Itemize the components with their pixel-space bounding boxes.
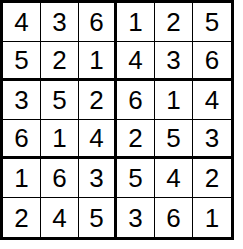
sudoku-cell-r1c5[interactable]: 2 (155, 3, 193, 42)
sudoku-cell-r6c4[interactable]: 3 (117, 198, 155, 237)
sudoku-cell-r2c6[interactable]: 6 (193, 42, 231, 81)
sudoku-cell-r3c6[interactable]: 4 (193, 81, 231, 120)
sudoku-cell-r4c4[interactable]: 2 (117, 120, 155, 159)
sudoku-cell-r4c3[interactable]: 4 (79, 120, 117, 159)
sudoku-cell-r2c3[interactable]: 1 (79, 42, 117, 81)
sudoku-cell-r1c4[interactable]: 1 (117, 3, 155, 42)
sudoku-cell-r3c5[interactable]: 1 (155, 81, 193, 120)
sudoku-cell-r6c3[interactable]: 5 (79, 198, 117, 237)
sudoku-cell-r2c2[interactable]: 2 (41, 42, 79, 81)
sudoku-cell-r4c6[interactable]: 3 (193, 120, 231, 159)
sudoku-cell-r5c3[interactable]: 3 (79, 159, 117, 198)
sudoku-cell-r3c3[interactable]: 2 (79, 81, 117, 120)
sudoku-cell-r2c1[interactable]: 5 (3, 42, 41, 81)
sudoku-cell-r6c6[interactable]: 1 (193, 198, 231, 237)
sudoku-cell-r5c1[interactable]: 1 (3, 159, 41, 198)
sudoku-cell-r5c2[interactable]: 6 (41, 159, 79, 198)
sudoku-cell-r6c5[interactable]: 6 (155, 198, 193, 237)
sudoku-cell-r4c1[interactable]: 6 (3, 120, 41, 159)
sudoku-cell-r4c5[interactable]: 5 (155, 120, 193, 159)
sudoku-cell-r5c5[interactable]: 4 (155, 159, 193, 198)
sudoku-cell-r1c6[interactable]: 5 (193, 3, 231, 42)
sudoku-cell-r2c4[interactable]: 4 (117, 42, 155, 81)
sudoku-board: 436125521436352614614253163542245361 (0, 0, 234, 240)
sudoku-cell-r1c2[interactable]: 3 (41, 3, 79, 42)
sudoku-cell-r3c1[interactable]: 3 (3, 81, 41, 120)
sudoku-cell-r1c3[interactable]: 6 (79, 3, 117, 42)
sudoku-cell-r3c2[interactable]: 5 (41, 81, 79, 120)
sudoku-cell-r1c1[interactable]: 4 (3, 3, 41, 42)
sudoku-cell-r5c6[interactable]: 2 (193, 159, 231, 198)
sudoku-cell-r6c2[interactable]: 4 (41, 198, 79, 237)
sudoku-cell-r5c4[interactable]: 5 (117, 159, 155, 198)
sudoku-cell-r2c5[interactable]: 3 (155, 42, 193, 81)
sudoku-cell-r4c2[interactable]: 1 (41, 120, 79, 159)
sudoku-cell-r6c1[interactable]: 2 (3, 198, 41, 237)
sudoku-cell-r3c4[interactable]: 6 (117, 81, 155, 120)
